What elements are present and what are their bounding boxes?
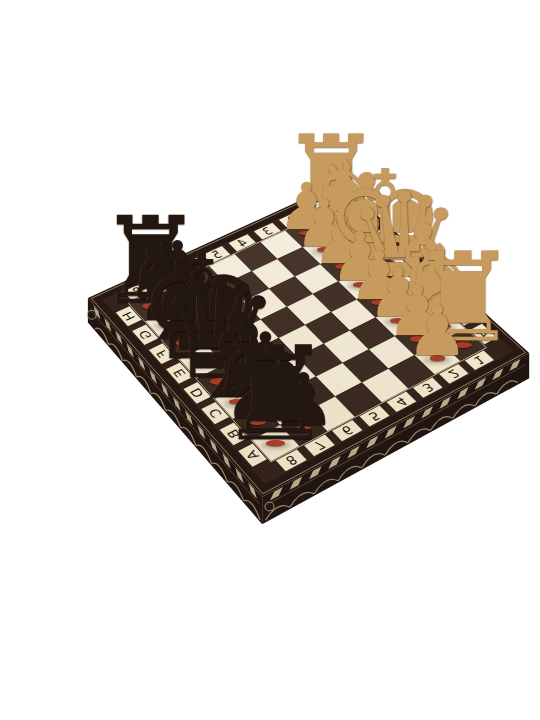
chess-board: HGFEDCBAHGFEDCBA1234567812345678 [0,0,540,720]
chess-set-photo: HGFEDCBAHGFEDCBA1234567812345678 ♜♟♞♟♝♟♚… [0,0,540,720]
